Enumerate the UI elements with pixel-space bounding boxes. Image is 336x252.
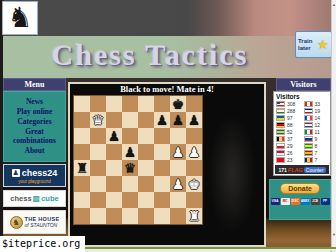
square-a3 (74, 176, 90, 192)
flag-count-ru: 9 (315, 136, 318, 142)
black-rook: ♜ (76, 160, 88, 176)
square-e1 (138, 208, 154, 224)
house-of-staunton-logo-link[interactable]: ♞ THE HOUSE of STAUNTON (3, 210, 66, 234)
black-pawn: ♟ (124, 144, 136, 160)
flag-counter-title: Visitors (275, 93, 329, 101)
square-d5: ♟ (122, 144, 138, 160)
black-pawn: ♟ (188, 112, 200, 128)
flag-icon-us (276, 101, 285, 107)
square-h2 (186, 192, 202, 208)
flag-row-es: 7 (304, 150, 329, 156)
staunton-medal-icon: ♞ (10, 216, 23, 229)
payment-icon-pp: PP (321, 198, 330, 205)
flag-icon-de (276, 122, 285, 128)
star-icon: ★ (317, 38, 329, 51)
black-knight-icon: ♞ (7, 4, 32, 32)
square-f3 (154, 176, 170, 192)
flag-row-fr: 14 (304, 115, 329, 121)
sidebar-item-great-combinations[interactable]: Great combinations (7, 127, 62, 145)
staunton-line2: of STAUNTON (25, 222, 60, 228)
flag-icon-br (304, 143, 313, 149)
site-logo[interactable]: ♞ (2, 1, 38, 35)
square-a6 (74, 128, 90, 144)
white-king: ♚ (188, 176, 200, 192)
square-e2 (138, 192, 154, 208)
square-e5 (138, 144, 154, 160)
square-g8: ♚ (170, 96, 186, 112)
flag-grid: 3083328819971488125211379298267237 (275, 101, 329, 163)
black-pawn: ♟ (156, 112, 168, 128)
chess24-tagline: your playground (18, 179, 50, 184)
square-c7 (106, 112, 122, 128)
chess-board: ♚♛♟♟♟♟♟♟♟♜♛♟♚♜ (73, 95, 203, 225)
cube-icon: ▩ (33, 195, 41, 203)
square-a5 (74, 144, 90, 160)
flag-row-ua: 97 (276, 115, 301, 121)
monitor-screen: Black to move! Mate in 4! ♚♛♟♟♟♟♟♟♟♜♛♟♚♜ (70, 84, 264, 245)
flag-row-br: 8 (304, 143, 329, 149)
flag-icon-ca (304, 101, 313, 107)
flag-canton (277, 102, 280, 104)
chesscube-part1: chess (10, 194, 31, 203)
train-later-button[interactable]: Train later ★ (295, 31, 332, 58)
white-pawn: ♟ (188, 144, 200, 160)
payment-icon-mc: MC (281, 198, 290, 205)
square-b2 (90, 192, 106, 208)
flag-count-pl: 29 (287, 143, 293, 149)
flag-row-se: 52 (276, 129, 301, 135)
square-f7: ♟ (154, 112, 170, 128)
square-e7 (138, 112, 154, 128)
square-h4 (186, 160, 202, 176)
flag-row-id: 26 (276, 150, 301, 156)
sidebar-item-about[interactable]: About (7, 146, 62, 155)
train-later-label: Train later (298, 38, 317, 52)
square-f1 (154, 208, 170, 224)
square-a8 (74, 96, 90, 112)
square-g1 (170, 208, 186, 224)
flag-icon-pl (276, 143, 285, 149)
square-d3 (122, 176, 138, 192)
white-pawn-icon: ♟ (12, 169, 20, 177)
square-h8 (186, 96, 202, 112)
flag-count-es: 7 (315, 150, 318, 156)
flag-icon-be (276, 136, 285, 142)
scroll-right-icon[interactable]: › (330, 248, 332, 252)
square-d6 (122, 128, 138, 144)
square-d7 (122, 112, 138, 128)
chess24-logo-link[interactable]: ♟ chess24 your playground (3, 164, 66, 187)
flag-count-ua: 97 (287, 115, 293, 121)
sidebar-item-news[interactable]: News (7, 97, 62, 106)
flag-icon-ro (304, 157, 313, 163)
flag-row-ru: 9 (304, 136, 329, 142)
donate-button[interactable]: Donate (280, 183, 320, 194)
black-king: ♚ (172, 96, 184, 112)
square-b1 (90, 208, 106, 224)
flag-count-id: 26 (287, 150, 293, 156)
square-f4 (154, 160, 170, 176)
flag-row-it: 11 (304, 129, 329, 135)
square-f5 (154, 144, 170, 160)
black-pawn: ♟ (108, 128, 120, 144)
chesscube-part2: cube (41, 194, 59, 203)
flag-row-gb: 19 (304, 108, 329, 114)
square-a1 (74, 208, 90, 224)
monitor-frame: Black to move! Mate in 4! ♚♛♟♟♟♟♟♟♟♜♛♟♚♜ (68, 82, 266, 247)
payment-icon-amex: AMEX (301, 198, 310, 205)
flag-row-pl: 29 (276, 143, 301, 149)
square-h7: ♟ (186, 112, 202, 128)
flag-icon-gb (304, 108, 313, 114)
flag-row-ca: 33 (304, 101, 329, 107)
square-b6 (90, 128, 106, 144)
square-c8 (106, 96, 122, 112)
chesscube-logo-link[interactable]: chess ▩ cube (3, 190, 66, 207)
square-g7: ♟ (170, 112, 186, 128)
flag-counter-word2: Counter (304, 167, 326, 173)
flag-row-tr: 23 (276, 157, 301, 163)
square-d8 (122, 96, 138, 112)
white-pawn: ♟ (172, 176, 184, 192)
scroll-down-icon[interactable]: ▼ (332, 232, 336, 237)
payment-icons: VISAMCDISCAMEXJCBPP (270, 198, 330, 205)
right-sidebar: Visitors Visitors 3083328819971488125211… (269, 78, 331, 220)
flag-icon-id (276, 150, 285, 156)
flag-count-br: 8 (315, 143, 318, 149)
vertical-scrollbar[interactable]: ▲ ▼ (331, 0, 336, 247)
square-c3 (106, 176, 122, 192)
screen-reflection (208, 114, 256, 234)
flag-icon-se (276, 129, 285, 135)
white-pawn: ♟ (172, 144, 184, 160)
payment-icon-jcb: JCB (311, 198, 320, 205)
square-g3: ♟ (170, 176, 186, 192)
square-b5 (90, 144, 106, 160)
square-a2 (74, 192, 90, 208)
square-b7: ♛ (90, 112, 106, 128)
flag-count-se: 52 (287, 129, 293, 135)
square-h1: ♜ (186, 208, 202, 224)
menu-box: NewsPlay onlineCategoriesGreat combinati… (3, 91, 66, 162)
square-c2 (106, 192, 122, 208)
flag-counter-word1: FLAG (288, 167, 303, 173)
sidebar-item-play-online[interactable]: Play online (7, 107, 62, 116)
square-h6 (186, 128, 202, 144)
payment-icon-disc: DISC (291, 198, 300, 205)
square-g4 (170, 160, 186, 176)
flag-count-ca: 33 (315, 101, 321, 107)
square-h3: ♚ (186, 176, 202, 192)
menu-header: Menu (3, 78, 66, 91)
square-c1 (106, 208, 122, 224)
flag-row-ro: 7 (304, 157, 329, 163)
flag-count-it: 11 (315, 129, 320, 135)
flag-counter-total: 171 (278, 167, 286, 173)
square-e6 (138, 128, 154, 144)
flag-count-us: 308 (287, 101, 295, 107)
flag-counter-logo[interactable]: 171 FLAG Counter (275, 165, 329, 174)
flag-count-gb: 19 (315, 108, 321, 114)
square-b4 (90, 160, 106, 176)
flag-row-in: 288 (276, 108, 301, 114)
flag-row-nl: 12 (304, 122, 329, 128)
white-queen: ♛ (92, 112, 104, 128)
flag-icon-tr (276, 157, 285, 163)
square-d4: ♛ (122, 160, 138, 176)
white-rook: ♜ (188, 208, 200, 224)
square-g5: ♟ (170, 144, 186, 160)
square-b3 (90, 176, 106, 192)
donate-box: Donate VISAMCDISCAMEXJCBPP (269, 179, 331, 220)
chess24-name: chess24 (22, 168, 58, 178)
square-a4: ♜ (74, 160, 90, 176)
flag-row-de: 88 (276, 122, 301, 128)
flag-count-in: 288 (287, 108, 295, 114)
square-d2 (122, 192, 138, 208)
square-f2 (154, 192, 170, 208)
square-h5: ♟ (186, 144, 202, 160)
flag-count-ro: 7 (315, 157, 318, 163)
payment-icon-visa: VISA (271, 198, 280, 205)
puzzle-caption: Black to move! Mate in 4! (70, 84, 264, 95)
scroll-up-icon[interactable]: ▲ (332, 2, 336, 7)
flag-icon-it (304, 129, 313, 135)
background-photo-top (0, 0, 336, 36)
left-sidebar: Menu NewsPlay onlineCategoriesGreat comb… (3, 78, 66, 234)
flag-row-be: 37 (276, 136, 301, 142)
flag-icon-ua (276, 115, 285, 121)
flag-icon-fr (304, 115, 313, 121)
square-g6 (170, 128, 186, 144)
flag-count-fr: 14 (315, 115, 321, 121)
flag-icon-in (276, 108, 285, 114)
square-a7 (74, 112, 90, 128)
square-c4 (106, 160, 122, 176)
square-d1 (122, 208, 138, 224)
staunton-text: THE HOUSE of STAUNTON (25, 216, 60, 228)
square-b8 (90, 96, 106, 112)
square-f6 (154, 128, 170, 144)
flag-icon-nl (304, 122, 313, 128)
flag-count-nl: 12 (315, 122, 321, 128)
square-c5 (106, 144, 122, 160)
flag-icon-ru (304, 136, 313, 142)
siteprice-watermark: $iteprice.org (0, 236, 85, 252)
flag-counter-widget[interactable]: Visitors 3083328819971488125211379298267… (273, 91, 331, 176)
flag-count-de: 88 (287, 122, 293, 128)
flag-row-us: 308 (276, 101, 301, 107)
square-c6: ♟ (106, 128, 122, 144)
square-f8 (154, 96, 170, 112)
black-queen: ♛ (124, 160, 136, 176)
square-g2 (170, 192, 186, 208)
chess24-logo-row: ♟ chess24 (12, 168, 58, 178)
page: ♞ Chess Tactics Train later ★ Black to m… (0, 0, 336, 252)
flag-count-tr: 23 (287, 157, 293, 163)
square-e3 (138, 176, 154, 192)
black-pawn: ♟ (172, 112, 184, 128)
page-title: Chess Tactics (40, 38, 260, 72)
flag-icon-es (304, 150, 313, 156)
square-e4 (138, 160, 154, 176)
square-e8 (138, 96, 154, 112)
flag-count-be: 37 (287, 136, 293, 142)
visitors-header: Visitors (276, 78, 331, 91)
sidebar-item-categories[interactable]: Categories (7, 117, 62, 126)
